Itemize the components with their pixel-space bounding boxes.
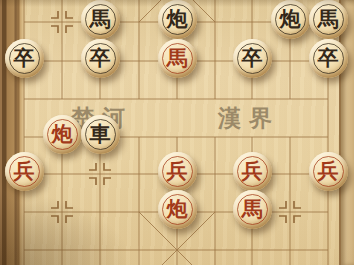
river-label-han: 漢界 <box>218 103 280 134</box>
piece-red-soldier[interactable]: 兵 <box>233 152 272 191</box>
piece-character: 馬 <box>242 198 263 219</box>
piece-character: 卒 <box>318 47 339 68</box>
piece-black-horse[interactable]: 馬 <box>309 0 348 39</box>
piece-character: 兵 <box>167 160 188 181</box>
piece-character: 卒 <box>14 47 35 68</box>
piece-black-soldier[interactable]: 卒 <box>5 39 44 78</box>
piece-red-horse[interactable]: 馬 <box>158 39 197 78</box>
piece-character: 炮 <box>280 8 301 29</box>
piece-character: 馬 <box>318 8 339 29</box>
piece-character: 兵 <box>242 160 263 181</box>
piece-red-soldier[interactable]: 兵 <box>309 152 348 191</box>
piece-character: 卒 <box>242 47 263 68</box>
piece-red-soldier[interactable]: 兵 <box>5 152 44 191</box>
piece-character: 車 <box>90 123 111 144</box>
piece-black-soldier[interactable]: 卒 <box>81 39 120 78</box>
piece-character: 馬 <box>90 8 111 29</box>
xiangqi-board[interactable]: 楚河 漢界 馬炮炮馬卒卒馬卒卒炮車兵兵兵兵炮馬 <box>0 0 354 265</box>
piece-character: 兵 <box>318 160 339 181</box>
piece-black-cannon[interactable]: 炮 <box>271 0 310 39</box>
piece-black-chariot[interactable]: 車 <box>81 115 120 154</box>
piece-red-horse[interactable]: 馬 <box>233 190 272 229</box>
piece-black-cannon[interactable]: 炮 <box>158 0 197 39</box>
piece-character: 炮 <box>167 8 188 29</box>
piece-character: 炮 <box>52 123 73 144</box>
piece-character: 馬 <box>167 47 188 68</box>
piece-black-soldier[interactable]: 卒 <box>233 39 272 78</box>
piece-character: 兵 <box>14 160 35 181</box>
piece-character: 炮 <box>167 198 188 219</box>
piece-red-cannon[interactable]: 炮 <box>158 190 197 229</box>
piece-black-horse[interactable]: 馬 <box>81 0 120 39</box>
piece-red-soldier[interactable]: 兵 <box>158 152 197 191</box>
piece-red-cannon[interactable]: 炮 <box>43 115 82 154</box>
piece-black-soldier[interactable]: 卒 <box>309 39 348 78</box>
piece-character: 卒 <box>90 47 111 68</box>
